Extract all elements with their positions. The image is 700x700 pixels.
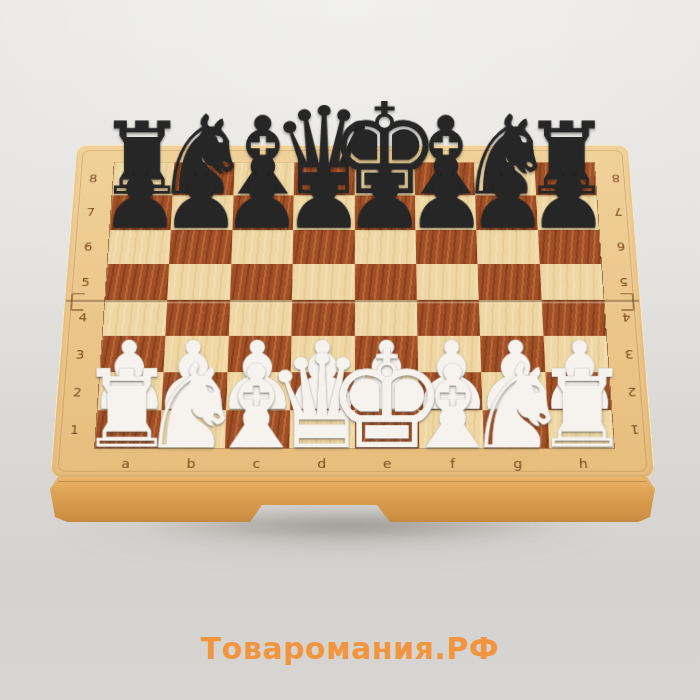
file-labels-bottom: abcdefgh: [92, 452, 617, 475]
square-f5: [416, 264, 479, 299]
fold-latch-left: [70, 293, 85, 311]
square-e8: ♚: [354, 162, 415, 195]
square-d3: [291, 336, 355, 373]
board-fold-seam: [66, 299, 639, 303]
square-h5: [539, 264, 603, 299]
square-g7: ♟: [475, 196, 537, 230]
square-a4: [103, 300, 168, 336]
square-h1: ♜: [547, 410, 614, 448]
square-f2: ♟: [418, 373, 483, 411]
square-e5: [354, 264, 416, 299]
coordinate-label: 7: [86, 206, 95, 219]
square-d6: [293, 230, 355, 265]
square-f4: [417, 300, 481, 336]
square-g4: [479, 300, 543, 336]
board-squares: ♜♞♝♛♚♝♞♜♟♟♟♟♟♟♟♟♟♟♟♟♟♟♟♟♜♞♝♛♚♝♞♜: [94, 162, 615, 450]
square-c8: ♝: [233, 162, 294, 195]
square-e2: ♟: [354, 373, 418, 411]
coordinate-label: 2: [73, 385, 83, 399]
square-g5: [478, 264, 542, 299]
square-h4: [541, 300, 606, 336]
square-c3: [227, 336, 291, 373]
square-g8: ♞: [474, 162, 536, 195]
square-b3: [164, 336, 229, 373]
square-d1: ♛: [290, 410, 355, 448]
square-a7: ♟: [110, 196, 173, 230]
coordinate-label: 4: [78, 311, 88, 324]
square-e7: ♟: [354, 196, 415, 230]
square-f7: ♟: [415, 196, 477, 230]
square-h8: ♜: [534, 162, 596, 195]
square-b4: [166, 300, 230, 336]
square-f8: ♝: [414, 162, 475, 195]
product-photo: 87654321 87654321 abcdefgh ♜♞♝♛♚♝♞♜♟♟♟♟♟…: [0, 0, 700, 700]
square-c5: [230, 264, 293, 299]
square-e1: ♚: [354, 410, 419, 448]
coordinate-label: 4: [621, 311, 631, 324]
square-f6: [415, 230, 477, 265]
square-c1: ♝: [225, 410, 291, 448]
square-c4: [229, 300, 293, 336]
square-a1: ♜: [95, 410, 162, 448]
square-c2: ♟: [226, 373, 291, 411]
square-f3: [417, 336, 481, 373]
square-g3: [480, 336, 545, 373]
chess-board: 87654321 87654321 abcdefgh ♜♞♝♛♚♝♞♜♟♟♟♟♟…: [50, 145, 655, 478]
square-b2: ♟: [162, 373, 227, 411]
square-g6: [477, 230, 540, 265]
square-a5: [105, 264, 169, 299]
square-h6: [538, 230, 601, 265]
board-frame: 87654321 87654321 abcdefgh ♜♞♝♛♚♝♞♜♟♟♟♟♟…: [50, 145, 655, 478]
square-d7: ♟: [293, 196, 354, 230]
square-e4: [354, 300, 417, 336]
square-b7: ♟: [171, 196, 233, 230]
coordinate-label: 5: [81, 275, 90, 288]
coordinate-label: 6: [84, 240, 93, 253]
coordinate-label: 7: [613, 206, 622, 219]
square-d5: [292, 264, 354, 299]
watermark-text: Товаромания.РФ: [0, 631, 700, 666]
square-a3: [100, 336, 165, 373]
square-f1: ♝: [419, 410, 485, 448]
square-b6: [169, 230, 232, 265]
square-b8: ♞: [173, 162, 235, 195]
square-b5: [168, 264, 231, 299]
square-g1: ♞: [483, 410, 549, 448]
coordinate-label: 6: [616, 240, 625, 253]
coordinate-label: 1: [629, 423, 639, 437]
square-d2: ♟: [290, 373, 354, 411]
square-h3: [543, 336, 608, 373]
square-d8: ♛: [294, 162, 354, 195]
fold-latch-right: [620, 293, 635, 311]
square-d4: [292, 300, 355, 336]
coordinate-label: 8: [89, 172, 98, 184]
square-e6: [354, 230, 416, 265]
coordinate-label: 1: [70, 423, 80, 437]
square-h2: ♟: [545, 373, 611, 411]
square-h7: ♟: [536, 196, 599, 230]
square-e3: [354, 336, 418, 373]
square-a6: [108, 230, 171, 265]
board-front-seam: [58, 481, 647, 482]
square-c7: ♟: [232, 196, 294, 230]
square-b1: ♞: [160, 410, 226, 448]
square-g2: ♟: [482, 373, 548, 411]
square-a8: ♜: [112, 162, 174, 195]
coordinate-label: 8: [611, 172, 620, 184]
square-c6: [231, 230, 293, 265]
coordinate-label: 2: [627, 385, 637, 399]
square-a2: ♟: [98, 373, 164, 411]
coordinate-label: 5: [618, 275, 627, 288]
